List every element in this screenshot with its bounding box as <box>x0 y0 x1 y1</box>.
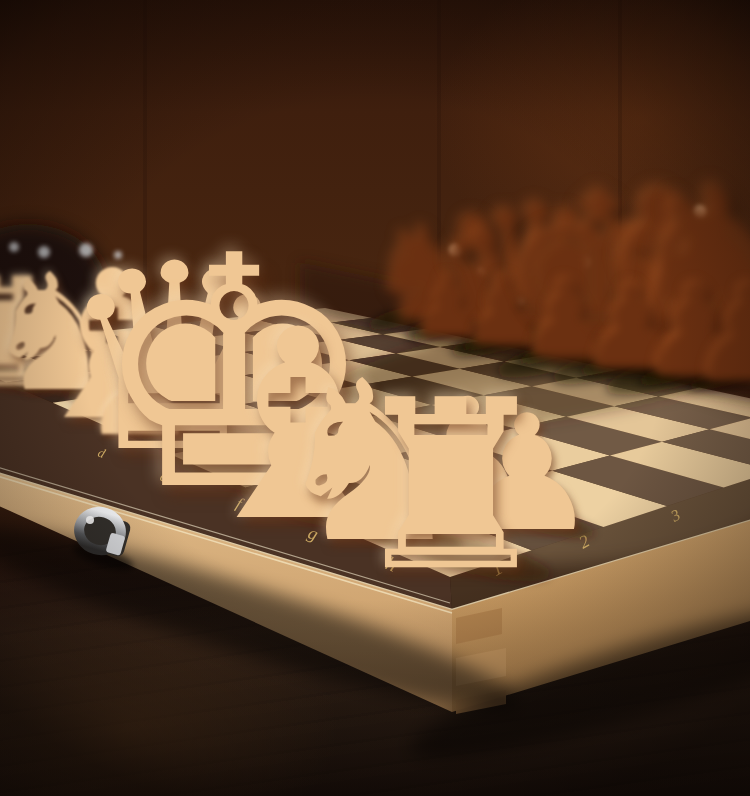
piece-black-pawn-g7: ♟ <box>689 268 750 401</box>
piece-white-rook-h1: ♜ <box>346 369 556 603</box>
chess-pieces-layer: ♞♝♛♟♟♚♝♟♞♟♟♟♜♞♝♟♛♚♟♝♟♞♜ <box>0 0 750 796</box>
chess-photo-stage: defgh123 ♞♝♛♟♟♚♝♟♞♟♟♟♜♞♝♟♛♚♟♝♟♞♜ <box>0 0 750 796</box>
